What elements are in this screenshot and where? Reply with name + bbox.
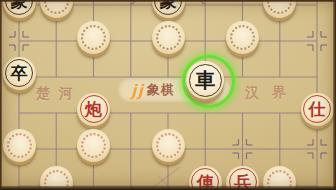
piece-red-cannon[interactable]: 炮 xyxy=(77,93,110,126)
xiangqi-board[interactable]: 楚河 汉界 jj 象棋 象象卒車炮仕俥兵 xyxy=(0,0,336,189)
piece-glyph: 卒 xyxy=(11,65,28,82)
piece-hidden-black[interactable] xyxy=(152,21,185,54)
piece-glyph: 炮 xyxy=(85,101,102,118)
piece-glyph: 象 xyxy=(160,0,177,10)
piece-glyph: 仕 xyxy=(309,101,326,118)
piece-hidden-red[interactable] xyxy=(77,129,110,162)
app-name-label: 象棋 xyxy=(147,81,175,99)
piece-glyph: 俥 xyxy=(197,174,214,190)
jj-logo: jj xyxy=(131,81,144,100)
piece-black-chariot-selected[interactable]: 車 xyxy=(186,61,224,99)
piece-hidden-black[interactable] xyxy=(77,21,110,54)
piece-hidden-black[interactable] xyxy=(226,21,259,54)
piece-glyph: 象 xyxy=(11,0,28,10)
piece-hidden-red[interactable] xyxy=(152,129,185,162)
river-label-chu-he: 楚河 xyxy=(36,85,82,103)
piece-glyph: 車 xyxy=(195,70,215,90)
piece-black-soldier[interactable]: 卒 xyxy=(3,57,36,90)
piece-red-advisor[interactable]: 仕 xyxy=(301,93,334,126)
piece-glyph: 兵 xyxy=(234,174,251,190)
river-label-han-jie: 汉界 xyxy=(245,84,299,102)
piece-hidden-red[interactable] xyxy=(3,129,36,162)
